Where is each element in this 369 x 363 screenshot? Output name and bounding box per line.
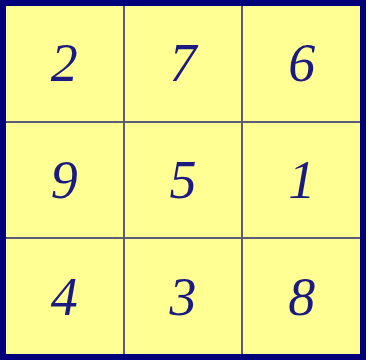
cell-r1c1[interactable]: 5 <box>125 123 242 238</box>
cell-r0c1[interactable]: 7 <box>125 6 242 121</box>
cell-r0c0[interactable]: 2 <box>6 6 123 121</box>
cell-r1c0[interactable]: 9 <box>6 123 123 238</box>
cell-r0c2[interactable]: 6 <box>243 6 360 121</box>
cell-r2c2[interactable]: 8 <box>243 239 360 354</box>
cell-r1c2[interactable]: 1 <box>243 123 360 238</box>
cell-r2c1[interactable]: 3 <box>125 239 242 354</box>
magic-square-board: 2 7 6 9 5 1 4 3 8 <box>0 0 366 360</box>
puzzle-stage: 2 7 6 9 5 1 4 3 8 <box>0 0 369 363</box>
cell-r2c0[interactable]: 4 <box>6 239 123 354</box>
